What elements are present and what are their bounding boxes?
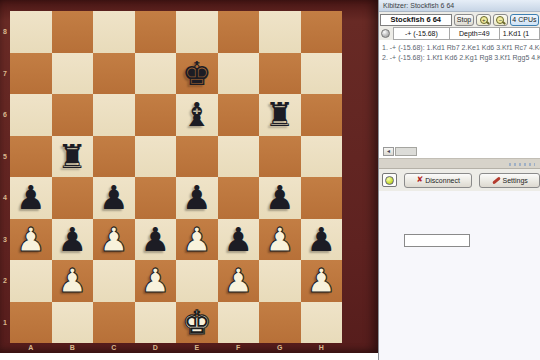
square-g8[interactable] [259, 11, 301, 53]
piece-wp-d2[interactable]: ♟ [140, 260, 170, 302]
kibitzer-title: Kibitzer: Stockfish 6 64 [379, 0, 540, 12]
magnifier-plus-icon: + [480, 16, 488, 24]
magnifier-minus-icon: − [496, 16, 504, 24]
disconnect-label: Disconnect [425, 177, 460, 184]
square-c1[interactable] [93, 302, 135, 344]
engine-status-led-icon [381, 29, 390, 38]
square-c5[interactable] [93, 136, 135, 178]
square-b8[interactable] [52, 11, 94, 53]
piece-wp-a3[interactable]: ♟ [16, 219, 46, 261]
square-a3[interactable]: ♟ [10, 219, 52, 261]
piece-bp-g4[interactable]: ♟ [265, 177, 295, 219]
piece-wp-f2[interactable]: ♟ [223, 260, 253, 302]
square-c4[interactable]: ♟ [93, 177, 135, 219]
splitter-grip-icon [509, 163, 535, 166]
square-g2[interactable] [259, 260, 301, 302]
rank-label-5: 5 [0, 136, 10, 178]
square-b7[interactable] [52, 53, 94, 95]
square-h4[interactable] [301, 177, 343, 219]
piece-bk-e7[interactable]: ♚ [182, 53, 212, 95]
square-c7[interactable] [93, 53, 135, 95]
square-e8[interactable] [176, 11, 218, 53]
cpus-button[interactable]: 4 CPUs [510, 14, 539, 26]
piece-bp-c4[interactable]: ♟ [99, 177, 129, 219]
square-c2[interactable] [93, 260, 135, 302]
kibitzer-input-field[interactable] [404, 234, 470, 247]
square-e4[interactable]: ♟ [176, 177, 218, 219]
square-a7[interactable] [10, 53, 52, 95]
piece-wp-h2[interactable]: ♟ [306, 260, 336, 302]
piece-bp-d3[interactable]: ♟ [140, 219, 170, 261]
square-d4[interactable] [135, 177, 177, 219]
kibitzer-panel: Kibitzer: Stockfish 6 64 Stockfish 6 64 … [378, 0, 540, 360]
square-g4[interactable]: ♟ [259, 177, 301, 219]
file-label-a: A [10, 341, 52, 353]
scrollbar-thumb[interactable] [395, 147, 417, 156]
settings-label: Settings [503, 177, 528, 184]
connection-led-button[interactable] [382, 173, 397, 187]
square-g5[interactable] [259, 136, 301, 178]
engine-select[interactable]: Stockfish 6 64 [380, 14, 452, 26]
file-labels: ABCDEFGH [10, 341, 342, 353]
rank-label-6: 6 [0, 94, 10, 136]
piece-bp-b3[interactable]: ♟ [57, 219, 87, 261]
rank-label-3: 3 [0, 219, 10, 261]
piece-wp-e3[interactable]: ♟ [182, 219, 212, 261]
square-f5[interactable] [218, 136, 260, 178]
square-h1[interactable] [301, 302, 343, 344]
file-label-d: D [135, 341, 177, 353]
square-c3[interactable]: ♟ [93, 219, 135, 261]
piece-br-g6[interactable]: ♜ [265, 94, 295, 136]
board: ♚♝♜♜♟♟♟♟♟♟♟♟♟♟♟♟♟♟♟♟♚ [10, 11, 342, 343]
square-d3[interactable]: ♟ [135, 219, 177, 261]
square-b3[interactable]: ♟ [52, 219, 94, 261]
rank-label-8: 8 [0, 11, 10, 53]
rank-label-7: 7 [0, 53, 10, 95]
wrench-icon [492, 176, 501, 184]
square-d5[interactable] [135, 136, 177, 178]
rank-label-2: 2 [0, 260, 10, 302]
square-h5[interactable] [301, 136, 343, 178]
piece-wk-e1[interactable]: ♚ [182, 302, 212, 344]
square-a8[interactable] [10, 11, 52, 53]
square-h8[interactable] [301, 11, 343, 53]
panel-splitter[interactable] [379, 158, 540, 169]
controls-row: ✘ Disconnect Settings [379, 169, 540, 191]
square-e2[interactable] [176, 260, 218, 302]
status-row: -+ (-15.68) Depth=49 1.Kd1 (1 [379, 27, 540, 40]
square-a4[interactable]: ♟ [10, 177, 52, 219]
square-g7[interactable] [259, 53, 301, 95]
analysis-line-2[interactable]: 2. -+ (-15.68): 1.Kf1 Kd6 2.Kg1 Rg8 3.Kf… [382, 53, 540, 63]
green-led-icon [385, 176, 394, 185]
square-e3[interactable]: ♟ [176, 219, 218, 261]
analysis-line-1[interactable]: 1. -+ (-15.68): 1.Kd1 Rb7 2.Ke1 Kd6 3.Kf… [382, 43, 540, 53]
square-g6[interactable]: ♜ [259, 94, 301, 136]
square-f8[interactable] [218, 11, 260, 53]
piece-bp-a4[interactable]: ♟ [16, 177, 46, 219]
square-c6[interactable] [93, 94, 135, 136]
square-f6[interactable] [218, 94, 260, 136]
file-label-e: E [176, 341, 218, 353]
square-d8[interactable] [135, 11, 177, 53]
rank-label-1: 1 [0, 302, 10, 344]
file-label-c: C [93, 341, 135, 353]
square-d2[interactable]: ♟ [135, 260, 177, 302]
square-h3[interactable]: ♟ [301, 219, 343, 261]
square-e5[interactable] [176, 136, 218, 178]
stop-button[interactable]: Stop [454, 14, 475, 26]
square-d7[interactable] [135, 53, 177, 95]
rank-label-4: 4 [0, 177, 10, 219]
square-h7[interactable] [301, 53, 343, 95]
square-g3[interactable]: ♟ [259, 219, 301, 261]
analysis-list[interactable]: 1. -+ (-15.68): 1.Kd1 Rb7 2.Ke1 Kd6 3.Kf… [379, 40, 540, 158]
square-d6[interactable] [135, 94, 177, 136]
square-b2[interactable]: ♟ [52, 260, 94, 302]
piece-bp-h3[interactable]: ♟ [306, 219, 336, 261]
square-f2[interactable]: ♟ [218, 260, 260, 302]
square-a5[interactable] [10, 136, 52, 178]
square-f7[interactable] [218, 53, 260, 95]
square-a1[interactable] [10, 302, 52, 344]
square-c8[interactable] [93, 11, 135, 53]
square-e7[interactable]: ♚ [176, 53, 218, 95]
square-b4[interactable] [52, 177, 94, 219]
piece-bp-e4[interactable]: ♟ [182, 177, 212, 219]
kibitzer-toolbar: Stockfish 6 64 Stop + − 4 CPUs [379, 12, 540, 27]
file-label-b: B [52, 341, 94, 353]
rank-labels: 87654321 [0, 11, 10, 343]
piece-wp-c3[interactable]: ♟ [99, 219, 129, 261]
eval-cell: -+ (-15.68) [393, 27, 450, 40]
zoom-out-button[interactable]: − [493, 14, 508, 26]
file-label-h: H [301, 341, 343, 353]
square-b1[interactable] [52, 302, 94, 344]
square-e1[interactable]: ♚ [176, 302, 218, 344]
chess-board-frame: 87654321 ♚♝♜♜♟♟♟♟♟♟♟♟♟♟♟♟♟♟♟♟♚ ABCDEFGH [0, 0, 378, 353]
square-h2[interactable]: ♟ [301, 260, 343, 302]
piece-wp-g3[interactable]: ♟ [265, 219, 295, 261]
square-d1[interactable] [135, 302, 177, 344]
scrollbar-left-arrow[interactable]: ◄ [383, 147, 394, 156]
zoom-in-button[interactable]: + [476, 14, 491, 26]
piece-wp-b2[interactable]: ♟ [57, 260, 87, 302]
depth-cell: Depth=49 [449, 27, 500, 40]
file-label-f: F [218, 341, 260, 353]
square-b6[interactable] [52, 94, 94, 136]
piece-bp-f3[interactable]: ♟ [223, 219, 253, 261]
file-label-g: G [259, 341, 301, 353]
square-f1[interactable] [218, 302, 260, 344]
disconnect-button[interactable]: ✘ Disconnect [404, 173, 472, 188]
square-e6[interactable]: ♝ [176, 94, 218, 136]
piece-bb-e6[interactable]: ♝ [182, 94, 212, 136]
square-f3[interactable]: ♟ [218, 219, 260, 261]
square-a2[interactable] [10, 260, 52, 302]
disconnect-icon: ✘ [417, 176, 424, 184]
piece-br-b5[interactable]: ♜ [57, 136, 87, 178]
mainline-cell: 1.Kd1 (1 [499, 27, 540, 40]
square-b5[interactable]: ♜ [52, 136, 94, 178]
square-f4[interactable] [218, 177, 260, 219]
square-a6[interactable] [10, 94, 52, 136]
square-h6[interactable] [301, 94, 343, 136]
settings-button[interactable]: Settings [479, 173, 540, 188]
square-g1[interactable] [259, 302, 301, 344]
